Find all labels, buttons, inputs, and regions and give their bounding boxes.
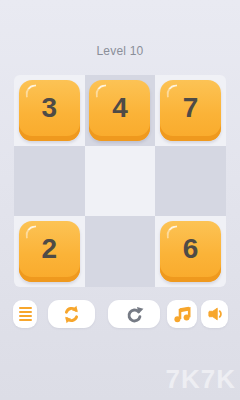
speaker-icon [206, 305, 224, 323]
restart-button[interactable] [48, 300, 95, 328]
cell-r1c1 [85, 146, 156, 217]
tile-6[interactable]: 6 [160, 221, 221, 282]
tile-gloss [95, 84, 109, 98]
game-screen: Level 10 3 4 7 [0, 0, 240, 400]
watermark-7k7k: 7K7K [166, 364, 236, 395]
tile-number: 6 [183, 235, 199, 268]
puzzle-board: 3 4 7 2 [14, 75, 226, 287]
cell-r1c2 [155, 146, 226, 217]
tile-number: 3 [42, 94, 58, 127]
tile-7[interactable]: 7 [160, 80, 221, 141]
tile-number: 4 [112, 94, 128, 127]
cell-r2c1 [85, 216, 156, 287]
tile-gloss [24, 225, 38, 239]
redo-button[interactable] [108, 300, 160, 328]
redo-arrow-icon [125, 305, 144, 324]
sound-button[interactable] [201, 300, 228, 328]
cell-r0c0: 3 [14, 75, 85, 146]
cell-r0c2: 7 [155, 75, 226, 146]
tile-gloss [165, 84, 179, 98]
cell-r0c1: 4 [85, 75, 156, 146]
music-button[interactable] [167, 300, 197, 328]
tile-number: 7 [183, 94, 199, 127]
cell-r2c0: 2 [14, 216, 85, 287]
tile-gloss [24, 84, 38, 98]
tile-4[interactable]: 4 [89, 80, 150, 141]
refresh-icon [62, 305, 81, 324]
tile-3[interactable]: 3 [19, 80, 80, 141]
hamburger-icon [19, 307, 32, 321]
music-note-icon [172, 304, 192, 324]
menu-button[interactable] [13, 300, 37, 328]
level-label: Level 10 [0, 44, 240, 58]
tile-2[interactable]: 2 [19, 221, 80, 282]
cell-r1c0 [14, 146, 85, 217]
cell-r2c2: 6 [155, 216, 226, 287]
tile-number: 2 [42, 235, 58, 268]
tile-gloss [165, 225, 179, 239]
